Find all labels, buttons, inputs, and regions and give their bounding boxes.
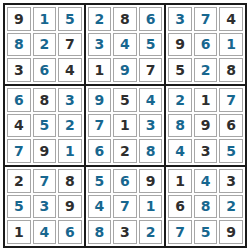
cell-r6c6[interactable]: 8 — [139, 139, 163, 163]
cell-r5c8[interactable]: 9 — [194, 114, 218, 138]
cell-r3c4[interactable]: 1 — [88, 58, 112, 82]
cell-r8c2[interactable]: 3 — [33, 195, 57, 219]
cell-r2c9[interactable]: 1 — [219, 33, 243, 57]
cell-r9c2[interactable]: 4 — [33, 220, 57, 244]
cell-r9c9[interactable]: 9 — [219, 220, 243, 244]
cell-r7c8[interactable]: 4 — [194, 169, 218, 193]
cell-r2c5[interactable]: 4 — [113, 33, 137, 57]
cell-r7c1[interactable]: 2 — [7, 169, 31, 193]
cell-r4c5[interactable]: 5 — [113, 88, 137, 112]
box-3: 374961528 — [166, 5, 245, 84]
cell-r2c1[interactable]: 8 — [7, 33, 31, 57]
cell-r6c9[interactable]: 5 — [219, 139, 243, 163]
cell-r6c5[interactable]: 2 — [113, 139, 137, 163]
cell-r1c3[interactable]: 5 — [58, 7, 82, 31]
cell-r9c5[interactable]: 3 — [113, 220, 137, 244]
box-8: 569471832 — [86, 167, 165, 246]
cell-r8c5[interactable]: 7 — [113, 195, 137, 219]
cell-r7c9[interactable]: 3 — [219, 169, 243, 193]
cell-r5c3[interactable]: 2 — [58, 114, 82, 138]
cell-r5c2[interactable]: 5 — [33, 114, 57, 138]
cell-r7c4[interactable]: 5 — [88, 169, 112, 193]
cell-r9c8[interactable]: 5 — [194, 220, 218, 244]
cell-r1c5[interactable]: 8 — [113, 7, 137, 31]
cell-r9c4[interactable]: 8 — [88, 220, 112, 244]
cell-r2c2[interactable]: 2 — [33, 33, 57, 57]
cell-r4c3[interactable]: 3 — [58, 88, 82, 112]
cell-r5c5[interactable]: 1 — [113, 114, 137, 138]
cell-r8c8[interactable]: 8 — [194, 195, 218, 219]
box-1: 915827364 — [5, 5, 84, 84]
cell-r6c7[interactable]: 4 — [168, 139, 192, 163]
cell-r7c2[interactable]: 7 — [33, 169, 57, 193]
cell-r8c3[interactable]: 9 — [58, 195, 82, 219]
cell-r2c3[interactable]: 7 — [58, 33, 82, 57]
cell-r3c9[interactable]: 8 — [219, 58, 243, 82]
cell-r3c6[interactable]: 7 — [139, 58, 163, 82]
cell-r9c6[interactable]: 2 — [139, 220, 163, 244]
box-7: 278539146 — [5, 167, 84, 246]
cell-r3c1[interactable]: 3 — [7, 58, 31, 82]
sudoku-board: 9158273642863451973749615286834527919547… — [3, 3, 247, 248]
box-9: 143682759 — [166, 167, 245, 246]
cell-r8c6[interactable]: 1 — [139, 195, 163, 219]
cell-r1c6[interactable]: 6 — [139, 7, 163, 31]
cell-r5c1[interactable]: 4 — [7, 114, 31, 138]
cell-r8c4[interactable]: 4 — [88, 195, 112, 219]
cell-r5c6[interactable]: 3 — [139, 114, 163, 138]
cell-r2c6[interactable]: 5 — [139, 33, 163, 57]
cell-r3c8[interactable]: 2 — [194, 58, 218, 82]
cell-r5c4[interactable]: 7 — [88, 114, 112, 138]
cell-r7c7[interactable]: 1 — [168, 169, 192, 193]
cell-r7c6[interactable]: 9 — [139, 169, 163, 193]
box-2: 286345197 — [86, 5, 165, 84]
cell-r4c6[interactable]: 4 — [139, 88, 163, 112]
cell-r7c5[interactable]: 6 — [113, 169, 137, 193]
cell-r6c2[interactable]: 9 — [33, 139, 57, 163]
cell-r3c7[interactable]: 5 — [168, 58, 192, 82]
cell-r3c3[interactable]: 4 — [58, 58, 82, 82]
cell-r4c7[interactable]: 2 — [168, 88, 192, 112]
cell-r7c3[interactable]: 8 — [58, 169, 82, 193]
cell-r4c4[interactable]: 9 — [88, 88, 112, 112]
cell-r9c7[interactable]: 7 — [168, 220, 192, 244]
cell-r8c9[interactable]: 2 — [219, 195, 243, 219]
cell-r1c8[interactable]: 7 — [194, 7, 218, 31]
box-6: 217896435 — [166, 86, 245, 165]
cell-r8c1[interactable]: 5 — [7, 195, 31, 219]
cell-r3c2[interactable]: 6 — [33, 58, 57, 82]
cell-r4c9[interactable]: 7 — [219, 88, 243, 112]
cell-r1c9[interactable]: 4 — [219, 7, 243, 31]
cell-r9c3[interactable]: 6 — [58, 220, 82, 244]
cell-r8c7[interactable]: 6 — [168, 195, 192, 219]
cell-r1c7[interactable]: 3 — [168, 7, 192, 31]
cell-r1c1[interactable]: 9 — [7, 7, 31, 31]
cell-r2c4[interactable]: 3 — [88, 33, 112, 57]
cell-r3c5[interactable]: 9 — [113, 58, 137, 82]
box-4: 683452791 — [5, 86, 84, 165]
cell-r9c1[interactable]: 1 — [7, 220, 31, 244]
cell-r6c4[interactable]: 6 — [88, 139, 112, 163]
cell-r2c7[interactable]: 9 — [168, 33, 192, 57]
cell-r5c9[interactable]: 6 — [219, 114, 243, 138]
cell-r4c8[interactable]: 1 — [194, 88, 218, 112]
cell-r2c8[interactable]: 6 — [194, 33, 218, 57]
cell-r1c2[interactable]: 1 — [33, 7, 57, 31]
cell-r5c7[interactable]: 8 — [168, 114, 192, 138]
cell-r4c1[interactable]: 6 — [7, 88, 31, 112]
box-5: 954713628 — [86, 86, 165, 165]
cell-r6c1[interactable]: 7 — [7, 139, 31, 163]
cell-r6c3[interactable]: 1 — [58, 139, 82, 163]
cell-r4c2[interactable]: 8 — [33, 88, 57, 112]
cell-r1c4[interactable]: 2 — [88, 7, 112, 31]
cell-r6c8[interactable]: 3 — [194, 139, 218, 163]
